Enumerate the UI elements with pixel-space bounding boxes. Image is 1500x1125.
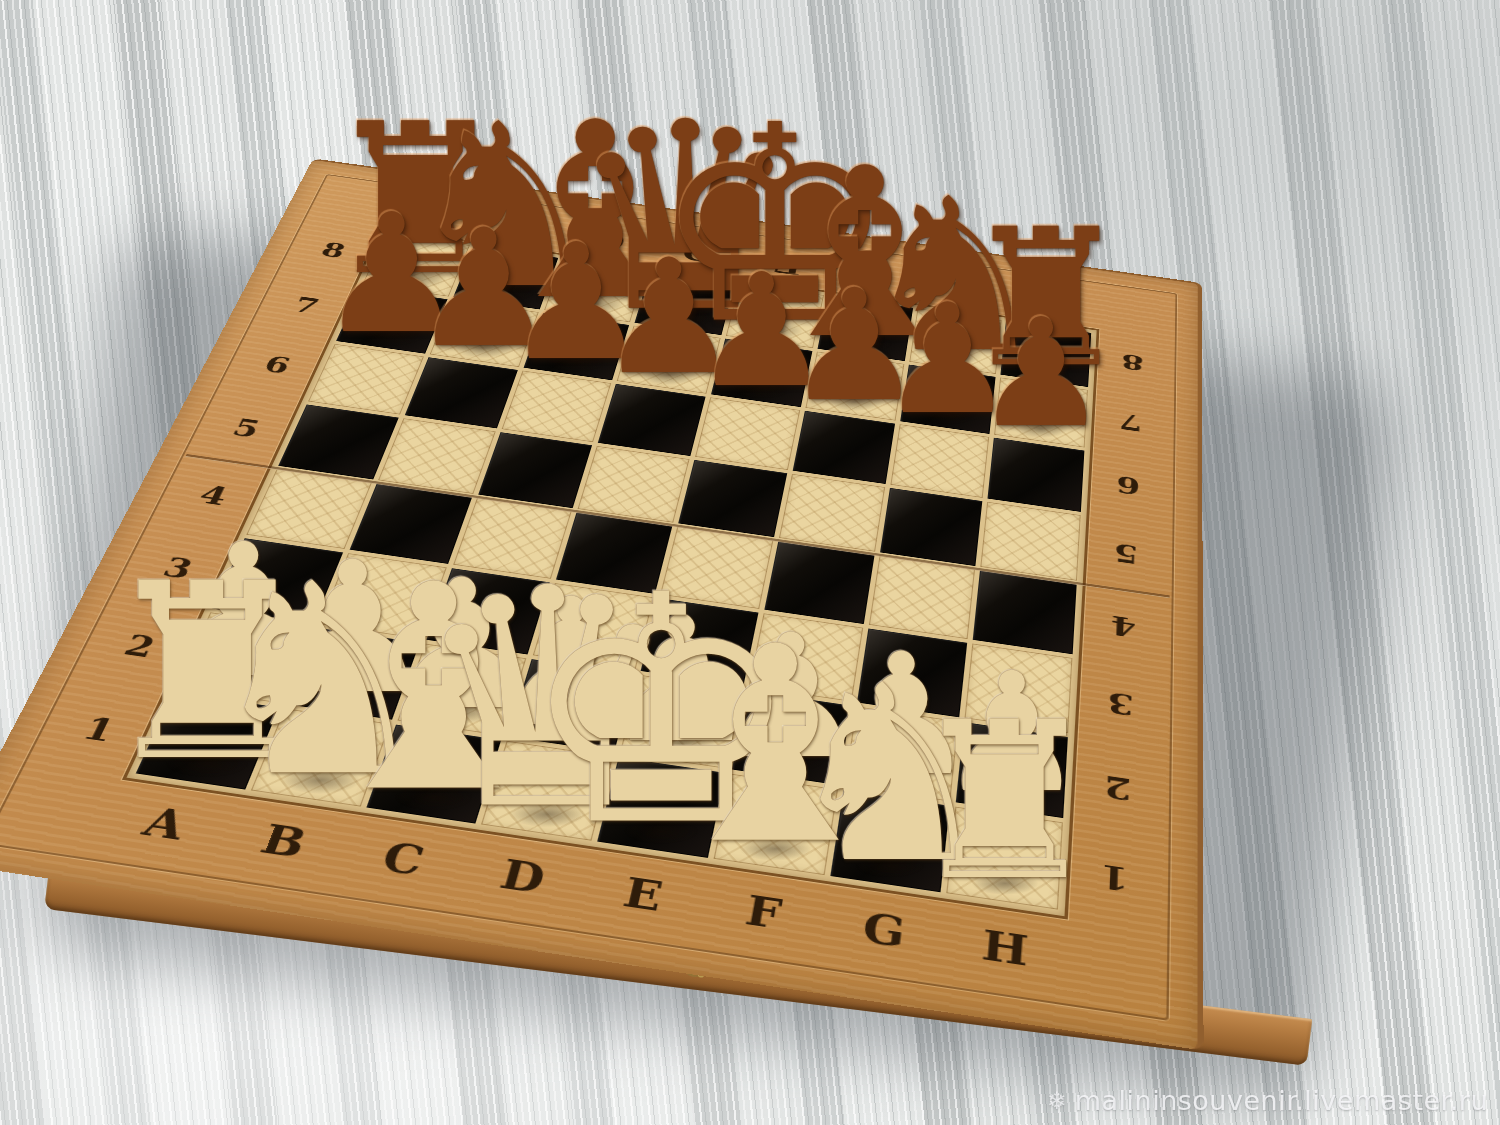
rank-label: 5 [1094, 515, 1157, 594]
piece-light-rook[interactable]: ♜ [907, 693, 1102, 910]
rank-label: 6 [1097, 449, 1158, 523]
square-e5[interactable] [678, 460, 787, 537]
square-h5[interactable] [981, 502, 1081, 581]
piece-dark-pawn[interactable]: ♟ [974, 299, 1108, 448]
square-a5[interactable] [278, 404, 398, 479]
snowflake-icon: ❄ [1047, 1087, 1068, 1115]
rank-label: 4 [1090, 585, 1156, 669]
watermark-text: malininsouvenir.livemaster.ru [1075, 1085, 1488, 1116]
square-d5[interactable] [578, 446, 690, 523]
page-root: { "game": "chess", "position": { "fen": … [0, 0, 1500, 1125]
square-b5[interactable] [378, 418, 495, 494]
square-c5[interactable] [478, 432, 593, 508]
watermark: ❄ malininsouvenir.livemaster.ru [1047, 1085, 1488, 1116]
square-g5[interactable] [880, 488, 983, 566]
